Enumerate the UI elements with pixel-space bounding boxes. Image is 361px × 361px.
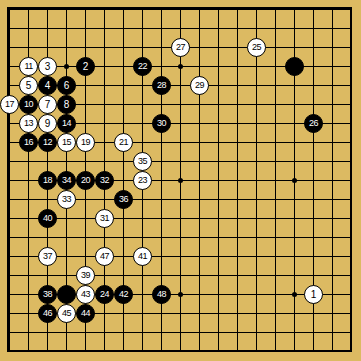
go-board[interactable]: 1234567891011121314151617181920212223242…	[0, 0, 361, 361]
stone-black-move-16[interactable]: 16	[19, 133, 38, 152]
stone-black-move-36[interactable]: 36	[114, 190, 133, 209]
move-number: 16	[24, 138, 33, 147]
stone-white-move-7[interactable]: 7	[38, 95, 57, 114]
move-number: 17	[5, 100, 14, 109]
move-number: 8	[64, 99, 70, 109]
stone-white-move-27[interactable]: 27	[171, 38, 190, 57]
stone-white-move-33[interactable]: 33	[57, 190, 76, 209]
move-number: 20	[81, 176, 90, 185]
move-number: 33	[62, 195, 71, 204]
stone-black-move-20[interactable]: 20	[76, 171, 95, 190]
stone-black-move-32[interactable]: 32	[95, 171, 114, 190]
go-board-diagram: 1234567891011121314151617181920212223242…	[0, 0, 361, 361]
stone-white-move-17[interactable]: 17	[0, 95, 19, 114]
move-number: 29	[195, 81, 204, 90]
move-number: 43	[81, 290, 90, 299]
move-number: 19	[81, 138, 90, 147]
stone-black-move-38[interactable]: 38	[38, 285, 57, 304]
stone-black-move-2[interactable]: 2	[76, 57, 95, 76]
move-number: 4	[45, 80, 51, 90]
move-number: 34	[62, 176, 71, 185]
move-number: 31	[100, 214, 109, 223]
move-number: 42	[119, 290, 128, 299]
stone-white-move-37[interactable]: 37	[38, 247, 57, 266]
move-number: 45	[62, 309, 71, 318]
stone-black-move-8[interactable]: 8	[57, 95, 76, 114]
stone-black-move-12[interactable]: 12	[38, 133, 57, 152]
stone-white-move-31[interactable]: 31	[95, 209, 114, 228]
stone-black-move-42[interactable]: 42	[114, 285, 133, 304]
move-number: 32	[100, 176, 109, 185]
stone-white-move-13[interactable]: 13	[19, 114, 38, 133]
stone-white-move-23[interactable]: 23	[133, 171, 152, 190]
move-number: 11	[24, 62, 32, 71]
move-number: 41	[138, 252, 147, 261]
stone-white-move-21[interactable]: 21	[114, 133, 133, 152]
move-number: 48	[157, 290, 166, 299]
move-number: 24	[100, 290, 109, 299]
stone-black-move-4[interactable]: 4	[38, 76, 57, 95]
move-number: 15	[62, 138, 71, 147]
stone-black-move-28[interactable]: 28	[152, 76, 171, 95]
move-number: 27	[176, 43, 185, 52]
stone-white-move-29[interactable]: 29	[190, 76, 209, 95]
move-number: 46	[43, 309, 52, 318]
move-number: 37	[43, 252, 52, 261]
stone-white-move-41[interactable]: 41	[133, 247, 152, 266]
move-number: 40	[43, 214, 52, 223]
stone-black-move-22[interactable]: 22	[133, 57, 152, 76]
move-number: 39	[81, 271, 90, 280]
stone-white-move-5[interactable]: 5	[19, 76, 38, 95]
move-number: 44	[81, 309, 90, 318]
stone-white-move-39[interactable]: 39	[76, 266, 95, 285]
stone-white-move-15[interactable]: 15	[57, 133, 76, 152]
move-number: 38	[43, 290, 52, 299]
stone-black-move-40[interactable]: 40	[38, 209, 57, 228]
move-number: 5	[26, 80, 32, 90]
move-number: 2	[83, 61, 89, 71]
move-number: 6	[64, 80, 70, 90]
stone-black-move-34[interactable]: 34	[57, 171, 76, 190]
stone-white-move-47[interactable]: 47	[95, 247, 114, 266]
stone-black-move-14[interactable]: 14	[57, 114, 76, 133]
stone-white-move-3[interactable]: 3	[38, 57, 57, 76]
stone-white-move-45[interactable]: 45	[57, 304, 76, 323]
move-number: 47	[100, 252, 109, 261]
stone-white-move-1[interactable]: 1	[304, 285, 323, 304]
stone-black-move-10[interactable]: 10	[19, 95, 38, 114]
move-number: 25	[252, 43, 261, 52]
stone-black-move-6[interactable]: 6	[57, 76, 76, 95]
move-number: 14	[62, 119, 71, 128]
stone-black-move-24[interactable]: 24	[95, 285, 114, 304]
stone-black-move-48[interactable]: 48	[152, 285, 171, 304]
move-number: 1	[311, 289, 317, 299]
move-number: 22	[138, 62, 147, 71]
stone-black-move-18[interactable]: 18	[38, 171, 57, 190]
move-number: 13	[24, 119, 33, 128]
stone-black-move-44[interactable]: 44	[76, 304, 95, 323]
move-number: 18	[43, 176, 52, 185]
stone-black-move-30[interactable]: 30	[152, 114, 171, 133]
handicap-stone-black[interactable]	[285, 57, 304, 76]
move-number: 23	[138, 176, 147, 185]
move-number: 35	[138, 157, 147, 166]
stone-white-move-9[interactable]: 9	[38, 114, 57, 133]
move-number: 9	[45, 118, 51, 128]
stone-white-move-25[interactable]: 25	[247, 38, 266, 57]
move-number: 3	[45, 61, 51, 71]
move-number: 26	[309, 119, 318, 128]
move-number: 12	[43, 138, 52, 147]
stone-black-move-46[interactable]: 46	[38, 304, 57, 323]
stone-white-move-43[interactable]: 43	[76, 285, 95, 304]
move-number: 28	[157, 81, 166, 90]
move-number: 30	[157, 119, 166, 128]
move-number: 10	[24, 100, 33, 109]
handicap-stone-black[interactable]	[57, 285, 76, 304]
move-number: 21	[119, 138, 128, 147]
stone-white-move-35[interactable]: 35	[133, 152, 152, 171]
stone-black-move-26[interactable]: 26	[304, 114, 323, 133]
move-number: 36	[119, 195, 128, 204]
move-number: 7	[45, 99, 51, 109]
stone-white-move-19[interactable]: 19	[76, 133, 95, 152]
stone-white-move-11[interactable]: 11	[19, 57, 38, 76]
